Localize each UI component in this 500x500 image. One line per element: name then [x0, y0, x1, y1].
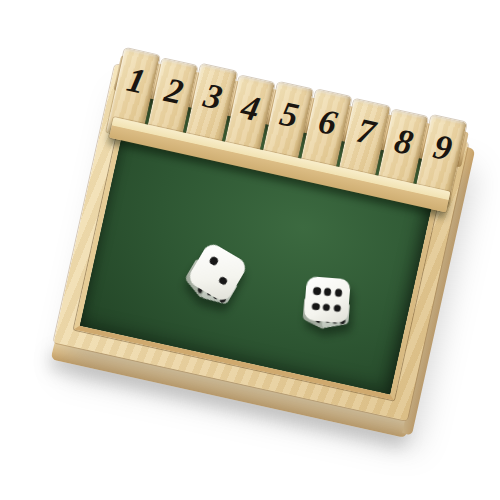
tile-number: 5 — [277, 96, 302, 134]
tile-number: 1 — [124, 62, 149, 100]
tile-number: 2 — [162, 72, 187, 110]
tile-number: 4 — [238, 89, 263, 127]
tile-number: 6 — [316, 103, 341, 141]
tile-number: 7 — [354, 113, 379, 151]
tile-number: 3 — [201, 78, 226, 116]
shut-the-box-board: 123456789 — [53, 64, 468, 421]
die-top-face — [304, 276, 351, 323]
product-photo-scene: 123456789 — [0, 0, 500, 500]
die-right-showing-6[interactable] — [304, 276, 351, 323]
tile-number: 8 — [391, 123, 416, 161]
tile-number: 9 — [430, 129, 455, 167]
